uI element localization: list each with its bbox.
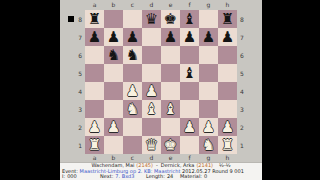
length-value: 24	[167, 173, 173, 179]
square-a2[interactable]: ♟	[85, 118, 104, 136]
square-f4[interactable]	[180, 82, 199, 100]
piece-black-bishop: ♝	[183, 10, 196, 28]
square-c4[interactable]: ♟	[123, 82, 142, 100]
piece-black-pawn: ♟	[88, 28, 101, 46]
square-a5[interactable]	[85, 64, 104, 82]
next-move-label: Next:	[100, 173, 113, 179]
square-g5[interactable]	[199, 64, 218, 82]
rank-label-text: 3	[78, 106, 82, 113]
square-g4[interactable]	[199, 82, 218, 100]
board-zone: 87654321 ♜♛♚♝♜♟♟♟♟♟♟♟♞♞♝♟♟♞♝♝♟♟♟♟♟♜♛♚♞♜ …	[60, 10, 262, 154]
square-a4[interactable]	[85, 82, 104, 100]
piece-white-rook: ♜	[221, 136, 234, 154]
square-g6[interactable]	[199, 46, 218, 64]
square-g3[interactable]	[199, 100, 218, 118]
file-label-g: g	[199, 0, 218, 10]
square-d4[interactable]: ♟	[142, 82, 161, 100]
square-d1[interactable]: ♛	[142, 136, 161, 154]
rank-label-left-1: 1	[60, 136, 85, 154]
piece-white-queen: ♛	[145, 136, 158, 154]
file-label-b: b	[104, 0, 123, 10]
square-b6[interactable]: ♞	[104, 46, 123, 64]
chess-board[interactable]: ♜♛♚♝♜♟♟♟♟♟♟♟♞♞♝♟♟♞♝♝♟♟♟♟♟♜♛♚♞♜	[85, 10, 237, 154]
status-line: I:000 Next:7. Bxd3 Length:24 Material:0	[60, 174, 262, 180]
rank-label-text: 7	[78, 34, 82, 41]
rank-label-left-6: 6	[60, 46, 85, 64]
square-b3[interactable]	[104, 100, 123, 118]
rank-label-right-7: 7	[237, 28, 262, 46]
square-c2[interactable]	[123, 118, 142, 136]
square-a1[interactable]: ♜	[85, 136, 104, 154]
file-labels-bottom: abcdefgh	[60, 154, 262, 162]
square-d8[interactable]: ♛	[142, 10, 161, 28]
square-f6[interactable]	[180, 46, 199, 64]
rank-label-text: 6	[78, 52, 82, 59]
file-label-c: c	[123, 0, 142, 10]
rank-label-right-6: 6	[237, 46, 262, 64]
piece-black-knight: ♞	[107, 46, 120, 64]
file-label-a: a	[85, 0, 104, 10]
square-h5[interactable]	[218, 64, 237, 82]
piece-black-rook: ♜	[221, 10, 234, 28]
square-c8[interactable]	[123, 10, 142, 28]
rank-label-text: 2	[78, 124, 82, 131]
square-g8[interactable]	[199, 10, 218, 28]
file-label-a: a	[85, 154, 104, 162]
file-label-e: e	[161, 154, 180, 162]
square-e8[interactable]: ♚	[161, 10, 180, 28]
square-h7[interactable]: ♟	[218, 28, 237, 46]
piece-black-pawn: ♟	[183, 28, 196, 46]
square-d2[interactable]	[142, 118, 161, 136]
square-h6[interactable]	[218, 46, 237, 64]
piece-black-pawn: ♟	[164, 28, 177, 46]
file-label-c: c	[123, 154, 142, 162]
file-label-f: f	[180, 154, 199, 162]
length-group: Length:24	[146, 174, 180, 180]
square-b2[interactable]: ♟	[104, 118, 123, 136]
file-label-d: d	[142, 154, 161, 162]
rank-label-left-2: 2	[60, 118, 85, 136]
next-move-group: Next:7. Bxd3	[100, 174, 146, 180]
square-f1[interactable]	[180, 136, 199, 154]
square-b7[interactable]: ♟	[104, 28, 123, 46]
square-c7[interactable]: ♟	[123, 28, 142, 46]
rank-label-text: 8	[78, 16, 82, 23]
square-b8[interactable]	[104, 10, 123, 28]
square-a6[interactable]	[85, 46, 104, 64]
rank-label-text: 5	[78, 70, 82, 77]
piece-black-pawn: ♟	[126, 28, 139, 46]
piece-white-pawn: ♟	[107, 118, 120, 136]
square-h2[interactable]: ♟	[218, 118, 237, 136]
rank-label-right-5: 5	[237, 64, 262, 82]
square-b1[interactable]	[104, 136, 123, 154]
piece-black-pawn: ♟	[107, 28, 120, 46]
letterboxed-background: { "game": "chess", "window": { "backgrou…	[0, 0, 320, 180]
file-label-e: e	[161, 0, 180, 10]
file-label-h: h	[218, 154, 237, 162]
piece-black-knight: ♞	[126, 46, 139, 64]
piece-black-pawn: ♟	[202, 28, 215, 46]
rank-labels-right: 87654321	[237, 10, 262, 154]
file-labels-top: abcdefgh	[60, 0, 262, 10]
rank-label-right-2: 2	[237, 118, 262, 136]
rank-label-right-8: 8	[237, 10, 262, 28]
square-d6[interactable]	[142, 46, 161, 64]
piece-white-knight: ♞	[126, 100, 139, 118]
square-f3[interactable]	[180, 100, 199, 118]
square-f7[interactable]: ♟	[180, 28, 199, 46]
rank-label-right-3: 3	[237, 100, 262, 118]
piece-white-rook: ♜	[88, 136, 101, 154]
piece-white-pawn: ♟	[145, 82, 158, 100]
square-g2[interactable]: ♟	[199, 118, 218, 136]
rank-label-left-3: 3	[60, 100, 85, 118]
game-info-panel: Wachendam, Mai(2145)-Dernick, Arka(2141)…	[60, 162, 262, 180]
square-e1[interactable]: ♚	[161, 136, 180, 154]
chess-app-window: abcdefgh 87654321 ♜♛♚♝♜♟♟♟♟♟♟♟♞♞♝♟♟♞♝♝♟♟…	[60, 0, 262, 180]
square-b4[interactable]	[104, 82, 123, 100]
square-f2[interactable]: ♟	[180, 118, 199, 136]
rank-labels-left: 87654321	[60, 10, 85, 154]
file-label-b: b	[104, 154, 123, 162]
square-e2[interactable]	[161, 118, 180, 136]
piece-white-pawn: ♟	[221, 118, 234, 136]
file-label-d: d	[142, 0, 161, 10]
piece-white-bishop: ♝	[164, 100, 177, 118]
piece-black-queen: ♛	[145, 10, 158, 28]
next-move-value[interactable]: 7. Bxd3	[115, 173, 134, 179]
piece-white-pawn: ♟	[126, 82, 139, 100]
square-e5[interactable]	[161, 64, 180, 82]
material-group: Material:0	[180, 174, 207, 180]
move-index-label: I:	[62, 173, 65, 179]
piece-black-rook: ♜	[88, 10, 101, 28]
square-h8[interactable]: ♜	[218, 10, 237, 28]
square-g7[interactable]: ♟	[199, 28, 218, 46]
length-label: Length:	[146, 173, 165, 179]
square-h3[interactable]	[218, 100, 237, 118]
move-index-group: I:000	[62, 174, 100, 180]
square-e7[interactable]: ♟	[161, 28, 180, 46]
piece-white-king: ♚	[164, 136, 177, 154]
square-e3[interactable]: ♝	[161, 100, 180, 118]
material-label: Material:	[180, 173, 202, 179]
square-d7[interactable]	[142, 28, 161, 46]
square-a8[interactable]: ♜	[85, 10, 104, 28]
side-to-move-indicator	[68, 16, 74, 22]
square-c6[interactable]: ♞	[123, 46, 142, 64]
piece-black-pawn: ♟	[221, 28, 234, 46]
rank-label-text: 4	[78, 88, 82, 95]
square-g1[interactable]: ♞	[199, 136, 218, 154]
rank-label-left-4: 4	[60, 82, 85, 100]
square-d5[interactable]	[142, 64, 161, 82]
move-index-value: 000	[67, 173, 77, 179]
rank-label-right-4: 4	[237, 82, 262, 100]
square-b5[interactable]	[104, 64, 123, 82]
rank-label-left-7: 7	[60, 28, 85, 46]
piece-white-bishop: ♝	[145, 100, 158, 118]
square-a3[interactable]	[85, 100, 104, 118]
file-label-h: h	[218, 0, 237, 10]
square-h4[interactable]	[218, 82, 237, 100]
rank-label-left-5: 5	[60, 64, 85, 82]
rank-label-text: 1	[78, 142, 82, 149]
file-label-g: g	[199, 154, 218, 162]
piece-white-pawn: ♟	[88, 118, 101, 136]
square-c3[interactable]: ♞	[123, 100, 142, 118]
square-f8[interactable]: ♝	[180, 10, 199, 28]
piece-white-knight: ♞	[202, 136, 215, 154]
piece-white-pawn: ♟	[183, 118, 196, 136]
square-e6[interactable]	[161, 46, 180, 64]
event-game-number: 001	[234, 168, 244, 174]
square-a7[interactable]: ♟	[85, 28, 104, 46]
material-value: 0	[204, 173, 207, 179]
piece-black-king: ♚	[164, 10, 177, 28]
square-e4[interactable]	[161, 82, 180, 100]
rank-label-left-8: 8	[60, 10, 85, 28]
piece-white-pawn: ♟	[202, 118, 215, 136]
rank-label-right-1: 1	[237, 136, 262, 154]
square-c1[interactable]	[123, 136, 142, 154]
square-d3[interactable]: ♝	[142, 100, 161, 118]
square-c5[interactable]	[123, 64, 142, 82]
file-label-f: f	[180, 0, 199, 10]
square-f5[interactable]: ♝	[180, 64, 199, 82]
piece-black-bishop: ♝	[183, 64, 196, 82]
square-h1[interactable]: ♜	[218, 136, 237, 154]
